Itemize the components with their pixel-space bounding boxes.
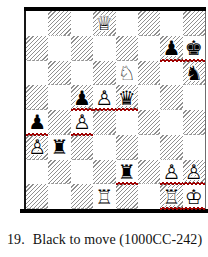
square-d4[interactable] [93,110,115,135]
square-a1[interactable] [26,184,48,209]
square-g2[interactable]: ♙ [160,160,182,185]
square-e1[interactable] [116,184,138,209]
square-g6[interactable] [160,61,182,86]
piece-white-pawn[interactable]: ♙ [28,137,46,157]
red-squiggle-underline [160,182,182,185]
square-f4[interactable] [138,110,160,135]
red-squiggle-underline [183,59,205,62]
red-squiggle-underline [26,133,48,136]
square-h5[interactable] [183,85,205,110]
square-c8[interactable] [71,11,93,36]
square-c2[interactable] [71,160,93,185]
square-c7[interactable] [71,36,93,61]
square-d1[interactable]: ♖ [93,184,115,209]
square-b2[interactable] [48,160,70,185]
square-d7[interactable] [93,36,115,61]
square-h1[interactable]: ♔ [183,184,205,209]
square-a6[interactable] [26,61,48,86]
square-f1[interactable] [138,184,160,209]
piece-black-pawn[interactable]: ♟ [162,38,180,58]
red-squiggle-underline [116,108,138,111]
square-h4[interactable] [183,110,205,135]
square-g8[interactable] [160,11,182,36]
square-f5[interactable] [138,85,160,110]
square-c3[interactable] [71,135,93,160]
square-a7[interactable] [26,36,48,61]
square-g3[interactable] [160,135,182,160]
square-c1[interactable] [71,184,93,209]
square-b1[interactable] [48,184,70,209]
square-a8[interactable] [26,11,48,36]
piece-white-pawn[interactable]: ♙ [185,162,203,182]
square-g5[interactable] [160,85,182,110]
square-c6[interactable] [71,61,93,86]
board-grid: ♕♟♚♘♞♟♙♛♟♙♙♜♜♙♙♖♖♔ [26,11,205,209]
red-squiggle-underline [93,108,115,111]
piece-white-pawn[interactable]: ♙ [73,112,91,132]
square-e6[interactable]: ♘ [116,61,138,86]
square-e7[interactable] [116,36,138,61]
square-a4[interactable]: ♟ [26,110,48,135]
square-e2[interactable]: ♜ [116,160,138,185]
square-h6[interactable]: ♞ [183,61,205,86]
square-f3[interactable] [138,135,160,160]
red-squiggle-underline [183,207,205,210]
square-d3[interactable] [93,135,115,160]
piece-black-rook[interactable]: ♜ [51,137,69,157]
piece-black-king[interactable]: ♚ [185,38,203,58]
red-squiggle-underline [160,207,182,210]
piece-white-pawn[interactable]: ♙ [95,88,113,108]
piece-white-rook[interactable]: ♖ [162,187,180,207]
square-f2[interactable] [138,160,160,185]
square-c4[interactable]: ♙ [71,110,93,135]
square-e5[interactable]: ♛ [116,85,138,110]
square-d8[interactable]: ♕ [93,11,115,36]
square-g7[interactable]: ♟ [160,36,182,61]
piece-black-rook[interactable]: ♜ [118,162,136,182]
square-b5[interactable] [48,85,70,110]
chess-board: ♕♟♚♘♞♟♙♛♟♙♙♜♜♙♙♖♖♔ [24,11,206,209]
caption-text: Black to move (1000CC-242) [33,232,202,247]
square-d6[interactable] [93,61,115,86]
square-b7[interactable] [48,36,70,61]
square-d5[interactable]: ♙ [93,85,115,110]
piece-white-knight[interactable]: ♘ [118,63,136,83]
square-d2[interactable] [93,160,115,185]
square-f8[interactable] [138,11,160,36]
piece-black-knight[interactable]: ♞ [185,63,203,83]
square-h2[interactable]: ♙ [183,160,205,185]
square-a2[interactable] [26,160,48,185]
piece-black-pawn[interactable]: ♟ [73,88,91,108]
square-a5[interactable] [26,85,48,110]
square-a3[interactable]: ♙ [26,135,48,160]
square-c5[interactable]: ♟ [71,85,93,110]
red-squiggle-underline [71,108,93,111]
piece-white-rook[interactable]: ♖ [95,187,113,207]
square-b8[interactable] [48,11,70,36]
square-h8[interactable] [183,11,205,36]
piece-white-pawn[interactable]: ♙ [162,162,180,182]
chess-diagram: ♕♟♚♘♞♟♙♛♟♙♙♜♜♙♙♖♖♔ [24,7,208,213]
square-h7[interactable]: ♚ [183,36,205,61]
square-f6[interactable] [138,61,160,86]
square-e8[interactable] [116,11,138,36]
piece-white-queen[interactable]: ♕ [95,13,113,33]
square-h3[interactable] [183,135,205,160]
square-b3[interactable]: ♜ [48,135,70,160]
red-squiggle-underline [160,59,182,62]
red-squiggle-underline [71,133,93,136]
piece-black-queen[interactable]: ♛ [118,88,136,108]
red-squiggle-underline [116,182,138,185]
caption: 19.Black to move (1000CC-242) [7,232,202,248]
square-g1[interactable]: ♖ [160,184,182,209]
caption-puzzle-number: 19. [7,232,25,247]
red-squiggle-underline [183,182,205,185]
piece-black-pawn[interactable]: ♟ [28,112,46,132]
piece-white-king[interactable]: ♔ [185,187,203,207]
square-b6[interactable] [48,61,70,86]
square-g4[interactable] [160,110,182,135]
square-f7[interactable] [138,36,160,61]
square-b4[interactable] [48,110,70,135]
square-e3[interactable] [116,135,138,160]
square-e4[interactable] [116,110,138,135]
